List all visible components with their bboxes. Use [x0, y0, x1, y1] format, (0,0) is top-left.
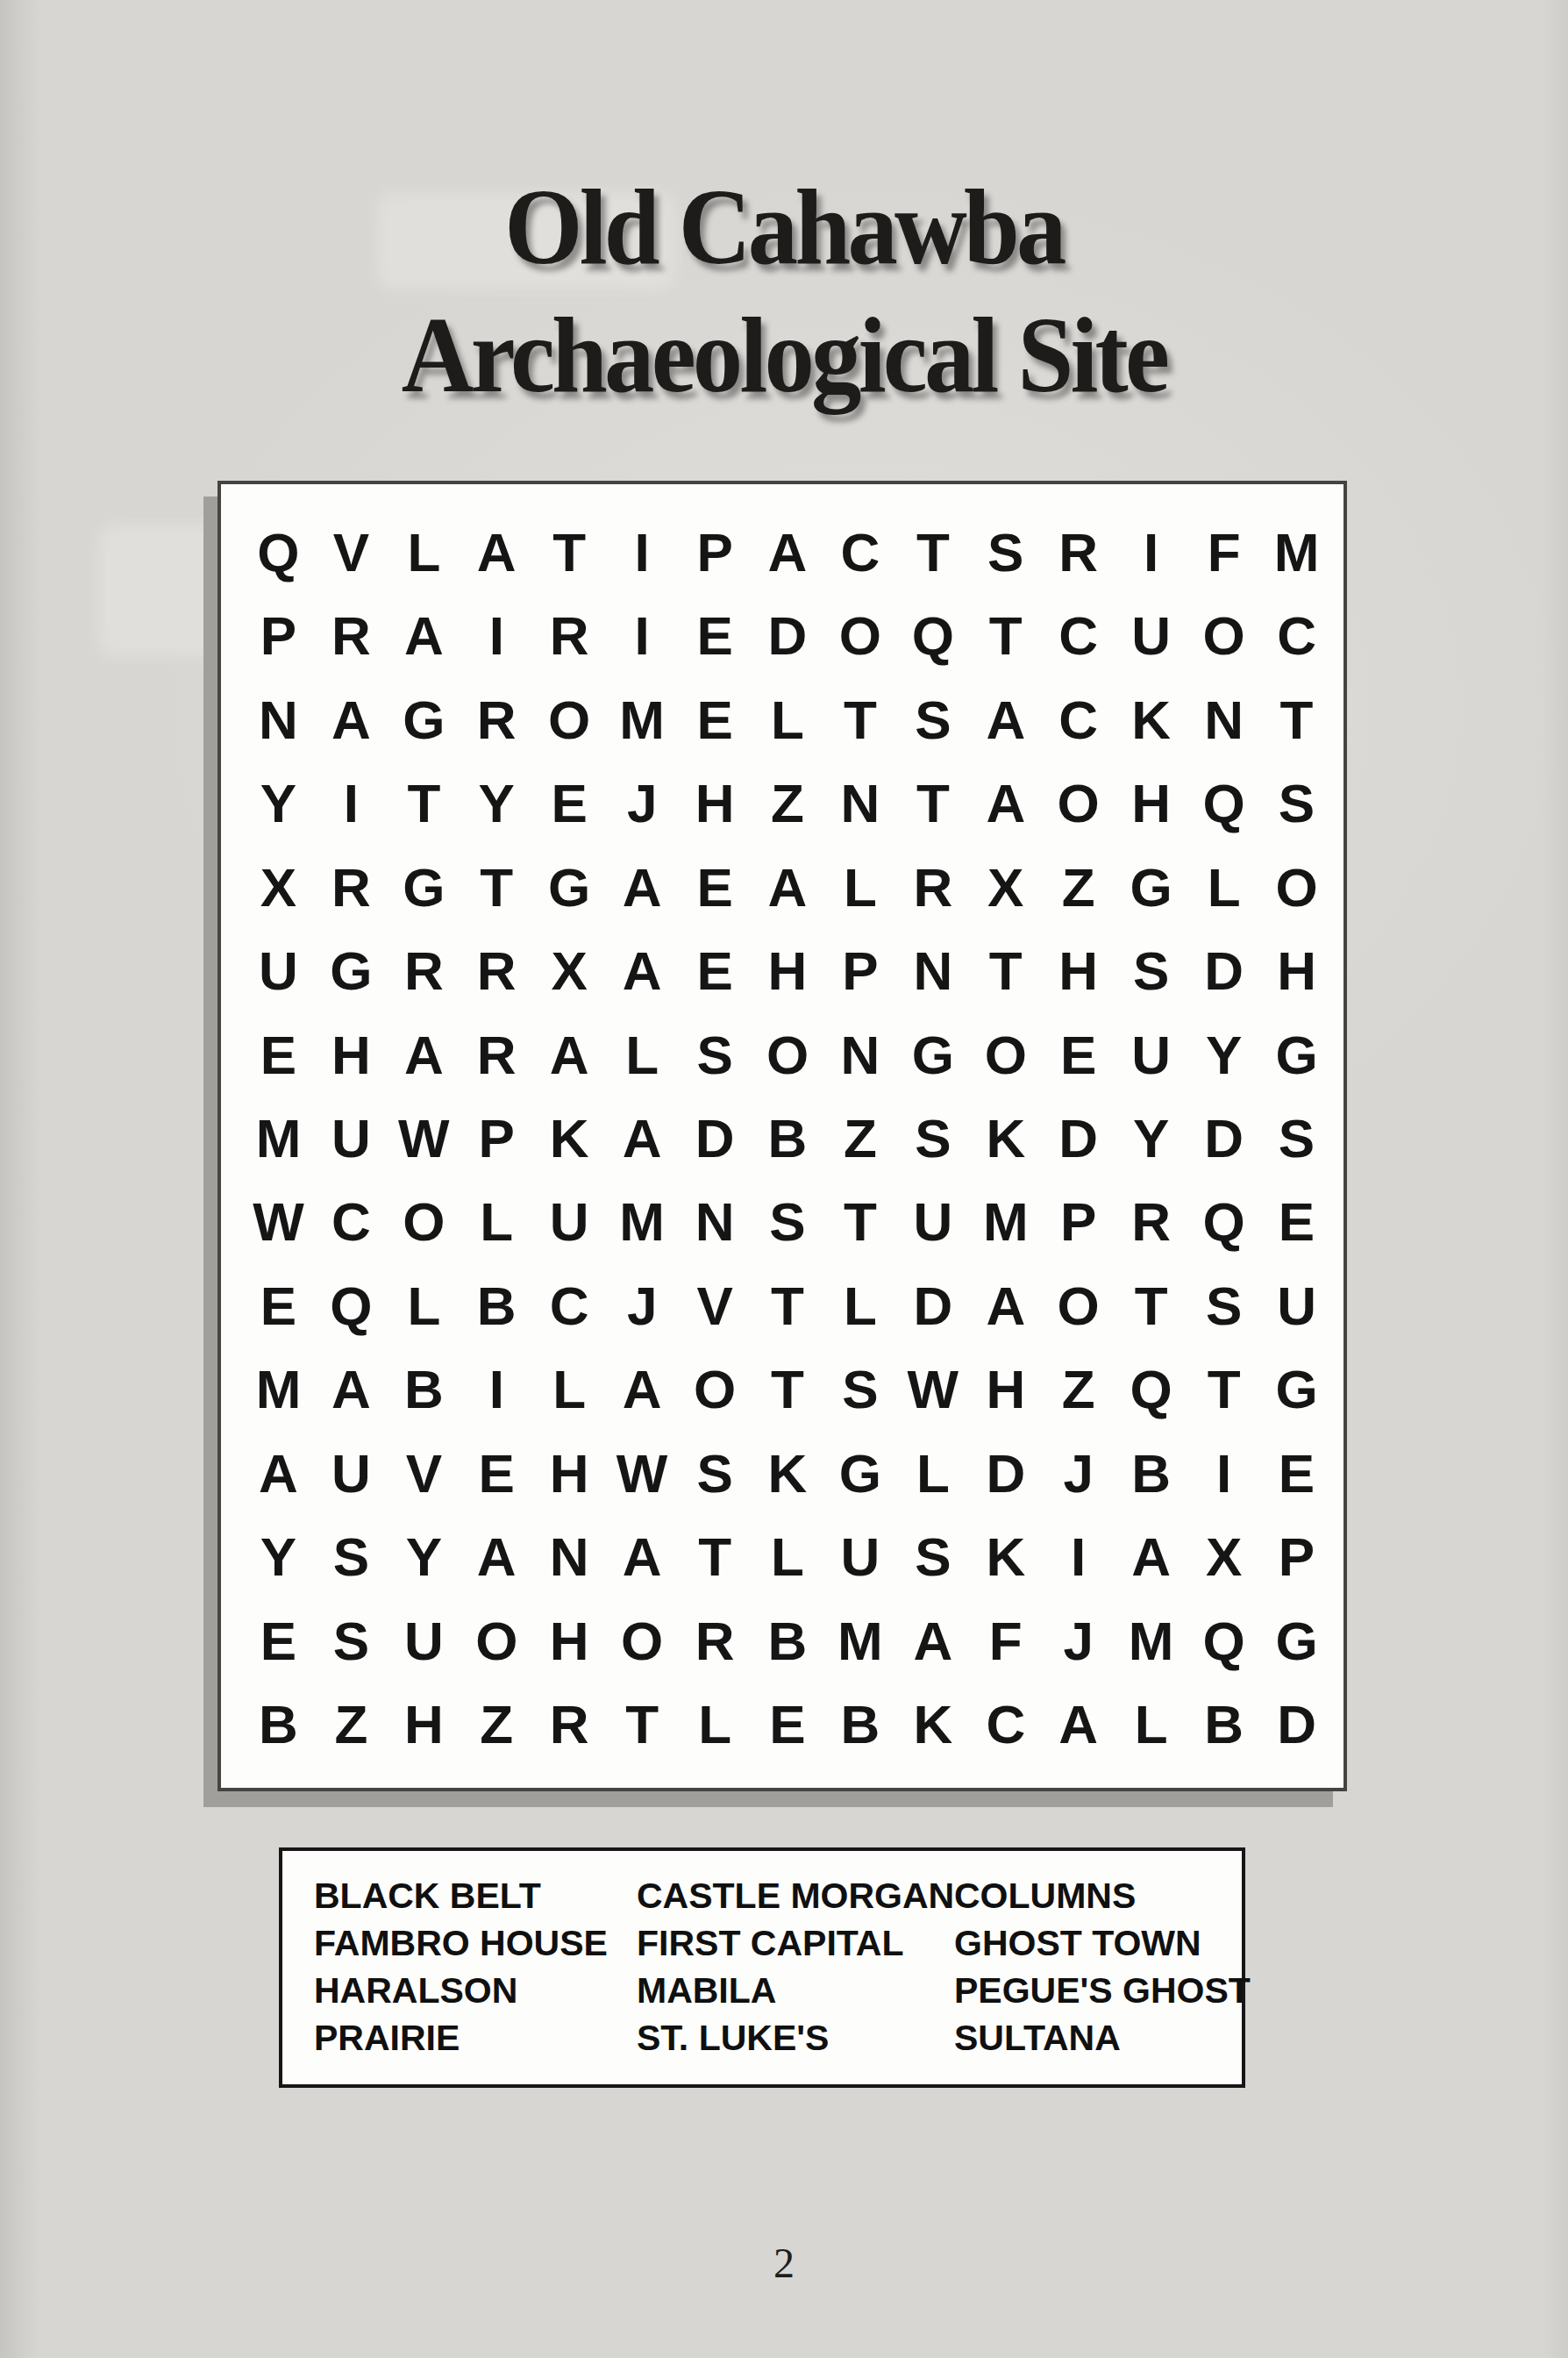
grid-cell-r8c1: M — [256, 1111, 302, 1166]
grid-cell-r14c10: A — [913, 1614, 952, 1668]
grid-cell-r10c3: L — [407, 1279, 440, 1333]
grid-cell-r12c3: V — [406, 1447, 442, 1501]
grid-cell-r1c4: A — [477, 525, 517, 580]
grid-cell-r1c2: V — [333, 525, 369, 580]
grid-cell-r3c3: G — [403, 693, 445, 747]
word-list-item: MABILA — [637, 1967, 954, 2014]
grid-cell-r3c4: R — [477, 693, 517, 747]
grid-cell-r1c3: L — [407, 525, 440, 580]
grid-cell-r8c10: S — [915, 1111, 951, 1166]
grid-cell-r11c1: M — [256, 1362, 302, 1417]
word-list-item: COLUMNS — [954, 1872, 1251, 1919]
grid-cell-r1c6: I — [635, 525, 650, 580]
grid-cell-r7c1: E — [260, 1028, 296, 1083]
grid-cell-r4c9: N — [841, 776, 880, 831]
puzzle-title-line1: Old Cahawba — [504, 168, 1063, 286]
puzzle-title-line2: Archaeological Site — [402, 296, 1166, 414]
grid-cell-r10c4: B — [477, 1279, 517, 1333]
word-list-item: FAMBRO HOUSE — [314, 1919, 637, 1967]
grid-cell-r4c8: Z — [771, 776, 804, 831]
grid-cell-r9c12: P — [1060, 1195, 1096, 1249]
grid-cell-r5c12: Z — [1062, 861, 1095, 915]
grid-cell-r15c5: R — [550, 1697, 589, 1752]
word-list-item: CASTLE MORGAN — [637, 1872, 954, 1919]
grid-cell-r15c7: L — [698, 1697, 731, 1752]
grid-cell-r2c3: A — [404, 609, 444, 663]
grid-cell-r7c13: U — [1131, 1028, 1171, 1083]
grid-cell-r15c9: B — [841, 1697, 880, 1752]
grid-cell-r12c14: I — [1216, 1447, 1231, 1501]
grid-cell-r12c10: L — [916, 1447, 950, 1501]
grid-cell-r15c2: Z — [334, 1697, 367, 1752]
grid-cell-r13c2: S — [333, 1530, 369, 1584]
grid-cell-r4c15: S — [1279, 776, 1315, 831]
grid-cell-r8c14: D — [1204, 1111, 1244, 1166]
grid-cell-r14c5: H — [550, 1614, 589, 1668]
grid-cell-r12c2: U — [331, 1447, 371, 1501]
grid-cell-r8c15: S — [1279, 1111, 1315, 1166]
grid-cell-r11c4: I — [489, 1362, 504, 1417]
grid-cell-r9c3: O — [403, 1195, 445, 1249]
grid-cell-r11c9: S — [842, 1362, 878, 1417]
grid-cell-r11c13: Q — [1130, 1362, 1172, 1417]
grid-cell-r6c2: G — [330, 944, 372, 998]
grid-cell-r4c1: Y — [260, 776, 296, 831]
grid-cell-r2c13: U — [1131, 609, 1171, 663]
grid-cell-r15c4: Z — [480, 1697, 513, 1752]
grid-cell-r9c6: M — [619, 1195, 665, 1249]
grid-cell-r2c11: T — [989, 609, 1023, 663]
grid-cell-r14c13: M — [1129, 1614, 1174, 1668]
grid-cell-r4c3: T — [407, 776, 440, 831]
grid-cell-r1c8: A — [768, 525, 808, 580]
grid-cell-r6c8: H — [768, 944, 808, 998]
grid-cell-r5c7: E — [696, 861, 732, 915]
grid-cell-r8c8: B — [768, 1111, 808, 1166]
grid-cell-r9c4: L — [480, 1195, 513, 1249]
grid-cell-r5c13: G — [1130, 861, 1172, 915]
grid-cell-r6c11: T — [989, 944, 1023, 998]
grid-cell-r8c2: U — [331, 1111, 371, 1166]
grid-cell-r6c5: X — [552, 944, 588, 998]
grid-cell-r3c10: S — [915, 693, 951, 747]
grid-cell-r3c2: A — [331, 693, 371, 747]
grid-cell-r1c9: C — [841, 525, 880, 580]
grid-cell-r5c8: A — [768, 861, 808, 915]
grid-cell-r12c7: S — [696, 1447, 732, 1501]
grid-cell-r11c15: G — [1275, 1362, 1317, 1417]
grid-cell-r3c9: T — [844, 693, 877, 747]
grid-cell-r9c9: T — [844, 1195, 877, 1249]
grid-cell-r7c3: A — [404, 1028, 444, 1083]
grid-cell-r13c13: A — [1131, 1530, 1171, 1584]
grid-cell-r2c15: C — [1277, 609, 1316, 663]
grid-cell-r2c14: O — [1202, 609, 1244, 663]
grid-cell-r8c12: D — [1058, 1111, 1098, 1166]
grid-cell-r3c15: T — [1280, 693, 1314, 747]
grid-cell-r15c1: B — [259, 1697, 298, 1752]
grid-cell-r9c7: N — [695, 1195, 735, 1249]
grid-cell-r14c14: Q — [1202, 1614, 1244, 1668]
grid-cell-r13c8: L — [771, 1530, 804, 1584]
grid-cell-r2c2: R — [331, 609, 371, 663]
grid-cell-r8c7: D — [695, 1111, 735, 1166]
word-list-item: ST. LUKE'S — [637, 2014, 954, 2061]
grid-cell-r6c13: S — [1133, 944, 1169, 998]
grid-cell-r1c14: F — [1208, 525, 1241, 580]
grid-cell-r3c12: C — [1058, 693, 1098, 747]
grid-cell-r6c4: R — [477, 944, 517, 998]
grid-cell-r4c13: H — [1131, 776, 1171, 831]
grid-cell-r3c1: N — [259, 693, 298, 747]
grid-cell-r7c12: E — [1060, 1028, 1096, 1083]
grid-cell-r6c1: U — [259, 944, 298, 998]
grid-cell-r15c15: D — [1277, 1697, 1316, 1752]
grid-cell-r14c8: B — [768, 1614, 808, 1668]
word-list-item: PRAIRIE — [314, 2014, 637, 2061]
word-list-item: SULTANA — [954, 2014, 1251, 2061]
grid-cell-r1c12: R — [1058, 525, 1098, 580]
grid-cell-r10c2: Q — [330, 1279, 372, 1333]
grid-cell-r5c5: G — [548, 861, 590, 915]
grid-cell-r7c9: N — [841, 1028, 880, 1083]
grid-cell-r2c7: E — [696, 609, 732, 663]
grid-cell-r11c2: A — [331, 1362, 371, 1417]
grid-cell-r15c14: B — [1204, 1697, 1244, 1752]
grid-cell-r13c1: Y — [260, 1530, 296, 1584]
grid-cell-r5c2: R — [331, 861, 371, 915]
grid-cell-r9c13: R — [1131, 1195, 1171, 1249]
grid-cell-r7c8: O — [766, 1028, 809, 1083]
grid-cell-r14c6: O — [621, 1614, 663, 1668]
grid-cell-r5c4: T — [480, 861, 513, 915]
grid-cell-r8c3: W — [398, 1111, 450, 1166]
grid-cell-r13c12: I — [1071, 1530, 1086, 1584]
grid-cell-r9c15: E — [1279, 1195, 1315, 1249]
word-list-box: BLACK BELTFAMBRO HOUSEHARALSONPRAIRIECAS… — [279, 1847, 1245, 2088]
scanned-puzzle-page: Old CahawbaArchaeological Site QVLATIPAC… — [0, 0, 1568, 2358]
grid-cell-r9c5: U — [550, 1195, 589, 1249]
grid-cell-r6c15: H — [1277, 944, 1316, 998]
word-list-column-2: CASTLE MORGANFIRST CAPITALMABILAST. LUKE… — [637, 1872, 954, 2061]
word-list-column-1: BLACK BELTFAMBRO HOUSEHARALSONPRAIRIE — [314, 1872, 637, 2061]
grid-cell-r5c10: R — [913, 861, 952, 915]
grid-cell-r11c5: L — [552, 1362, 586, 1417]
grid-cell-r7c6: L — [625, 1028, 659, 1083]
grid-cell-r10c15: U — [1277, 1279, 1316, 1333]
grid-cell-r5c3: G — [403, 861, 445, 915]
grid-cell-r5c9: L — [844, 861, 877, 915]
grid-cell-r4c10: T — [916, 776, 950, 831]
grid-cell-r9c2: C — [331, 1195, 371, 1249]
grid-cell-r7c11: O — [985, 1028, 1027, 1083]
grid-cell-r10c6: J — [627, 1279, 657, 1333]
grid-cell-r12c1: A — [259, 1447, 298, 1501]
grid-cell-r9c1: W — [253, 1195, 304, 1249]
grid-cell-r15c8: E — [769, 1697, 805, 1752]
grid-cell-r13c5: N — [550, 1530, 589, 1584]
grid-cell-r2c10: Q — [912, 609, 954, 663]
grid-cell-r14c4: O — [475, 1614, 517, 1668]
grid-cell-r8c11: K — [986, 1111, 1025, 1166]
word-list-item: GHOST TOWN — [954, 1919, 1251, 1967]
grid-cell-r12c6: W — [617, 1447, 668, 1501]
grid-cell-r11c12: Z — [1062, 1362, 1095, 1417]
grid-cell-r7c2: H — [331, 1028, 371, 1083]
grid-cell-r9c8: S — [769, 1195, 805, 1249]
grid-cell-r15c13: L — [1135, 1697, 1168, 1752]
grid-cell-r3c8: L — [771, 693, 804, 747]
grid-cell-r2c4: I — [489, 609, 504, 663]
grid-cell-r11c14: T — [1208, 1362, 1241, 1417]
grid-cell-r14c1: E — [260, 1614, 296, 1668]
word-list-item: HARALSON — [314, 1967, 637, 2014]
word-search-board: QVLATIPACTSRIFMPRAIRIEDOQTCUOCNAGROMELTS… — [217, 481, 1347, 1791]
grid-cell-r15c3: H — [404, 1697, 444, 1752]
grid-cell-r11c3: B — [404, 1362, 444, 1417]
grid-cell-r10c1: E — [260, 1279, 296, 1333]
grid-cell-r12c9: G — [839, 1447, 881, 1501]
grid-cell-r14c12: J — [1063, 1614, 1093, 1668]
letter-grid: QVLATIPACTSRIFMPRAIRIEDOQTCUOCNAGROMELTS… — [221, 484, 1343, 1788]
grid-cell-r7c7: S — [696, 1028, 732, 1083]
grid-cell-r3c7: E — [696, 693, 732, 747]
grid-cell-r3c14: N — [1204, 693, 1244, 747]
grid-cell-r6c10: N — [913, 944, 952, 998]
grid-cell-r3c5: O — [548, 693, 590, 747]
grid-cell-r4c11: A — [986, 776, 1025, 831]
grid-cell-r2c1: P — [260, 609, 296, 663]
grid-cell-r9c10: U — [913, 1195, 952, 1249]
grid-cell-r1c10: T — [916, 525, 950, 580]
grid-cell-r3c6: M — [619, 693, 665, 747]
grid-cell-r13c11: K — [986, 1530, 1025, 1584]
grid-cell-r3c13: K — [1131, 693, 1171, 747]
grid-cell-r14c7: R — [695, 1614, 735, 1668]
grid-cell-r7c14: Y — [1206, 1028, 1242, 1083]
grid-cell-r10c10: D — [913, 1279, 952, 1333]
word-list-column-3: COLUMNSGHOST TOWNPEGUE'S GHOSTSULTANA — [954, 1872, 1251, 2061]
grid-cell-r13c10: S — [915, 1530, 951, 1584]
grid-cell-r4c14: Q — [1202, 776, 1244, 831]
grid-cell-r6c3: R — [404, 944, 444, 998]
grid-cell-r10c11: A — [986, 1279, 1025, 1333]
grid-cell-r8c9: Z — [844, 1111, 877, 1166]
grid-cell-r14c3: U — [404, 1614, 444, 1668]
grid-cell-r7c5: A — [550, 1028, 589, 1083]
word-list-item: FIRST CAPITAL — [637, 1919, 954, 1967]
grid-cell-r4c2: I — [344, 776, 359, 831]
grid-cell-r15c11: C — [986, 1697, 1025, 1752]
grid-cell-r11c8: T — [771, 1362, 804, 1417]
grid-cell-r10c14: S — [1206, 1279, 1242, 1333]
grid-cell-r5c15: O — [1275, 861, 1317, 915]
grid-cell-r12c4: E — [479, 1447, 515, 1501]
grid-cell-r4c5: E — [552, 776, 588, 831]
grid-cell-r3c11: A — [986, 693, 1025, 747]
grid-cell-r6c14: D — [1204, 944, 1244, 998]
grid-cell-r1c13: I — [1144, 525, 1158, 580]
grid-cell-r14c2: S — [333, 1614, 369, 1668]
grid-cell-r12c5: H — [550, 1447, 589, 1501]
grid-cell-r12c11: D — [986, 1447, 1025, 1501]
grid-cell-r15c12: A — [1058, 1697, 1098, 1752]
grid-cell-r6c6: A — [623, 944, 662, 998]
grid-cell-r12c13: B — [1131, 1447, 1171, 1501]
grid-cell-r12c8: K — [768, 1447, 808, 1501]
word-list-item: PEGUE'S GHOST — [954, 1967, 1251, 2014]
grid-cell-r10c12: O — [1058, 1279, 1100, 1333]
grid-cell-r13c7: T — [698, 1530, 731, 1584]
grid-cell-r10c9: L — [844, 1279, 877, 1333]
grid-cell-r1c7: P — [696, 525, 732, 580]
grid-cell-r13c6: A — [623, 1530, 662, 1584]
grid-cell-r6c9: P — [842, 944, 878, 998]
grid-cell-r8c4: P — [479, 1111, 515, 1166]
grid-cell-r1c5: T — [552, 525, 586, 580]
grid-cell-r2c9: O — [839, 609, 881, 663]
grid-cell-r7c15: G — [1275, 1028, 1317, 1083]
grid-cell-r8c13: Y — [1133, 1111, 1169, 1166]
grid-cell-r1c1: Q — [257, 525, 299, 580]
grid-cell-r2c12: C — [1058, 609, 1098, 663]
grid-cell-r6c7: E — [696, 944, 732, 998]
grid-cell-r13c4: A — [477, 1530, 517, 1584]
grid-cell-r6c12: H — [1058, 944, 1098, 998]
grid-cell-r4c7: H — [695, 776, 735, 831]
grid-cell-r7c4: R — [477, 1028, 517, 1083]
grid-cell-r13c9: U — [841, 1530, 880, 1584]
grid-cell-r5c1: X — [260, 861, 296, 915]
puzzle-title: Old CahawbaArchaeological Site — [47, 163, 1522, 420]
grid-cell-r14c15: G — [1275, 1614, 1317, 1668]
grid-cell-r11c11: H — [986, 1362, 1025, 1417]
grid-cell-r4c4: Y — [479, 776, 515, 831]
grid-cell-r4c12: O — [1058, 776, 1100, 831]
grid-cell-r12c15: E — [1279, 1447, 1315, 1501]
grid-cell-r12c12: J — [1063, 1447, 1093, 1501]
grid-cell-r1c15: M — [1274, 525, 1320, 580]
grid-cell-r13c3: Y — [406, 1530, 442, 1584]
grid-cell-r4c6: J — [627, 776, 657, 831]
grid-cell-r8c5: K — [550, 1111, 589, 1166]
grid-cell-r2c6: I — [635, 609, 650, 663]
grid-cell-r15c6: T — [625, 1697, 659, 1752]
grid-cell-r11c7: O — [694, 1362, 736, 1417]
grid-cell-r13c14: X — [1206, 1530, 1242, 1584]
grid-cell-r15c10: K — [913, 1697, 952, 1752]
grid-cell-r10c8: T — [771, 1279, 804, 1333]
word-list-item: BLACK BELT — [314, 1872, 637, 1919]
grid-cell-r10c7: V — [696, 1279, 732, 1333]
grid-cell-r14c11: F — [989, 1614, 1023, 1668]
grid-cell-r14c9: M — [837, 1614, 883, 1668]
grid-cell-r13c15: P — [1279, 1530, 1315, 1584]
grid-cell-r5c6: A — [623, 861, 662, 915]
grid-cell-r7c10: G — [912, 1028, 954, 1083]
grid-cell-r2c8: D — [768, 609, 808, 663]
grid-cell-r11c6: A — [623, 1362, 662, 1417]
page-number: 2 — [0, 2239, 1568, 2287]
grid-cell-r5c11: X — [987, 861, 1023, 915]
grid-cell-r2c5: R — [550, 609, 589, 663]
grid-cell-r8c6: A — [623, 1111, 662, 1166]
grid-cell-r5c14: L — [1208, 861, 1241, 915]
grid-cell-r1c11: S — [987, 525, 1023, 580]
grid-cell-r9c11: M — [983, 1195, 1029, 1249]
grid-cell-r10c13: T — [1135, 1279, 1168, 1333]
grid-cell-r9c14: Q — [1202, 1195, 1244, 1249]
grid-cell-r11c10: W — [908, 1362, 959, 1417]
grid-cell-r10c5: C — [550, 1279, 589, 1333]
